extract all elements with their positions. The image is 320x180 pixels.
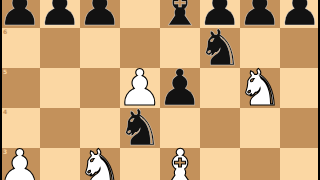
square-e7[interactable]: ♝ — [160, 0, 200, 28]
rank-coordinate-3: 3 — [3, 149, 7, 155]
square-b3[interactable] — [40, 148, 80, 180]
square-h3[interactable] — [280, 148, 320, 180]
square-b6[interactable] — [40, 28, 80, 68]
white-bishop-e3[interactable]: ♝ — [158, 143, 203, 180]
square-a7[interactable]: ♟ — [0, 0, 40, 28]
black-knight-f6[interactable]: ♞ — [198, 23, 243, 73]
square-g4[interactable] — [240, 108, 280, 148]
square-e5[interactable]: ♟ — [160, 68, 200, 108]
rank-coordinate-4: 4 — [3, 109, 7, 115]
square-h5[interactable] — [280, 68, 320, 108]
square-c3[interactable]: ♞ — [80, 148, 120, 180]
white-knight-g5[interactable]: ♞ — [238, 63, 283, 113]
white-knight-c3[interactable]: ♞ — [78, 143, 123, 180]
black-pawn-e5[interactable]: ♟ — [158, 63, 203, 113]
square-c6[interactable] — [80, 28, 120, 68]
chess-board: ♟♟♟♝♟♟♟♞♟♟♞♞♟♞♝6543 — [0, 0, 320, 180]
square-c7[interactable]: ♟ — [80, 0, 120, 28]
square-f3[interactable] — [200, 148, 240, 180]
square-f5[interactable] — [200, 68, 240, 108]
square-b7[interactable]: ♟ — [40, 0, 80, 28]
square-h7[interactable]: ♟ — [280, 0, 320, 28]
square-g3[interactable] — [240, 148, 280, 180]
square-f6[interactable]: ♞ — [200, 28, 240, 68]
square-g5[interactable]: ♞ — [240, 68, 280, 108]
square-h6[interactable] — [280, 28, 320, 68]
black-knight-d4[interactable]: ♞ — [118, 103, 163, 153]
square-f4[interactable] — [200, 108, 240, 148]
board-left-edge-strip — [0, 0, 2, 180]
square-h4[interactable] — [280, 108, 320, 148]
chess-thumbnail: ♟♟♟♝♟♟♟♞♟♟♞♞♟♞♝6543 — [0, 0, 320, 180]
square-b5[interactable] — [40, 68, 80, 108]
rank-coordinate-5: 5 — [3, 69, 7, 75]
square-d7[interactable] — [120, 0, 160, 28]
square-d4[interactable]: ♞ — [120, 108, 160, 148]
square-c5[interactable] — [80, 68, 120, 108]
square-b4[interactable] — [40, 108, 80, 148]
square-d3[interactable] — [120, 148, 160, 180]
square-e3[interactable]: ♝ — [160, 148, 200, 180]
square-g7[interactable]: ♟ — [240, 0, 280, 28]
rank-coordinate-6: 6 — [3, 29, 7, 35]
